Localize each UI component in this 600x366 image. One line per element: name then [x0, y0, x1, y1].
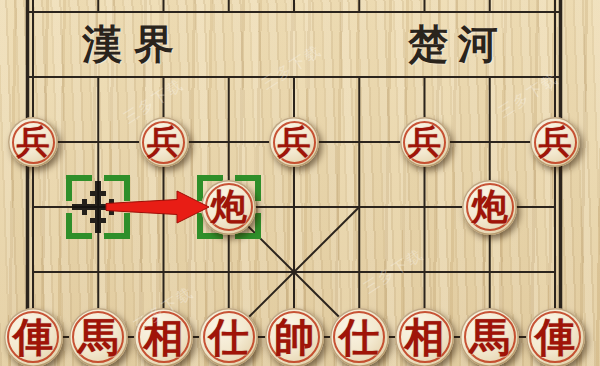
piece-label: 俥	[13, 310, 53, 365]
piece-label: 馬	[470, 310, 510, 365]
piece-red-horse[interactable]: 馬	[69, 308, 128, 366]
piece-red-cannon-moved[interactable]: 炮	[201, 180, 256, 235]
piece-label: 仕	[209, 310, 249, 365]
intersection: 炮	[457, 175, 522, 240]
piece-label: 相	[405, 310, 445, 365]
piece-label: 仕	[339, 310, 379, 365]
intersection: 帥	[261, 305, 326, 366]
intersection: 仕	[196, 305, 261, 366]
piece-red-general[interactable]: 帥	[265, 308, 324, 366]
intersection: 兵	[261, 110, 326, 175]
piece-label: 炮	[472, 183, 508, 232]
piece-label: 俥	[535, 310, 575, 365]
piece-label: 馬	[78, 310, 118, 365]
piece-label: 兵	[147, 120, 180, 165]
intersection: 相	[392, 305, 457, 366]
piece-label: 相	[144, 310, 184, 365]
piece-red-soldier[interactable]: 兵	[139, 117, 189, 167]
intersection: 兵	[522, 110, 587, 175]
piece-label: 兵	[539, 120, 572, 165]
river-label-chu-he: 楚河	[408, 24, 508, 64]
piece-red-cannon[interactable]: 炮	[462, 180, 517, 235]
piece-red-elephant[interactable]: 相	[134, 308, 193, 366]
intersection: 兵	[131, 110, 196, 175]
piece-red-soldier[interactable]: 兵	[530, 117, 580, 167]
piece-red-advisor[interactable]: 仕	[330, 308, 389, 366]
piece-red-chariot[interactable]: 俥	[4, 308, 63, 366]
piece-label: 炮	[211, 183, 247, 232]
intersection: 俥	[0, 305, 65, 366]
piece-red-soldier[interactable]: 兵	[400, 117, 450, 167]
piece-label: 兵	[408, 120, 441, 165]
piece-red-horse[interactable]: 馬	[460, 308, 519, 366]
crosshair-cursor-icon	[68, 177, 128, 237]
intersection: 炮	[196, 175, 261, 240]
intersection: 馬	[457, 305, 522, 366]
piece-red-soldier[interactable]: 兵	[269, 117, 319, 167]
piece-red-advisor[interactable]: 仕	[199, 308, 258, 366]
piece-red-elephant[interactable]: 相	[395, 308, 454, 366]
river-label-han-jie: 漢界	[82, 24, 186, 64]
piece-label: 兵	[278, 120, 311, 165]
piece-label: 兵	[17, 120, 50, 165]
piece-red-chariot[interactable]: 俥	[526, 308, 585, 366]
intersection: 仕	[327, 305, 392, 366]
piece-label: 帥	[274, 310, 314, 365]
intersection: 兵	[0, 110, 65, 175]
xiangqi-board: 漢界 楚河 兵兵兵兵兵炮炮俥馬相仕帥仕相馬俥 三多下载 三多下载 三多下载 三多…	[0, 0, 600, 366]
intersection: 俥	[522, 305, 587, 366]
piece-red-soldier[interactable]: 兵	[8, 117, 58, 167]
intersection: 馬	[66, 305, 131, 366]
intersection: 兵	[392, 110, 457, 175]
intersection: 相	[131, 305, 196, 366]
